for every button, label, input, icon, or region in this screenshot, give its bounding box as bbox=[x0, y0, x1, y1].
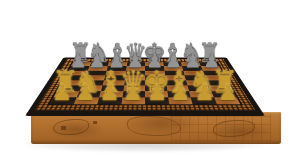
map-symbol-decoration bbox=[61, 126, 66, 130]
gold-pawn[interactable]: ♟ bbox=[171, 81, 191, 103]
map-symbol-decoration bbox=[93, 121, 97, 124]
gold-pawn[interactable]: ♟ bbox=[99, 81, 119, 103]
storage-box-front bbox=[31, 112, 281, 144]
map-coastline-decoration bbox=[53, 119, 89, 135]
gold-pawn[interactable]: ♟ bbox=[147, 81, 167, 103]
gold-pawn[interactable]: ♟ bbox=[52, 81, 72, 103]
gold-pawn[interactable]: ♟ bbox=[218, 81, 238, 103]
square-a1[interactable]: ♟ bbox=[50, 98, 77, 105]
square-f1[interactable]: ♟ bbox=[168, 98, 193, 105]
gold-pawn[interactable]: ♟ bbox=[76, 81, 96, 103]
gold-pawn[interactable]: ♟ bbox=[194, 81, 214, 103]
square-h1[interactable]: ♟ bbox=[214, 98, 241, 105]
chess-set-photo: ♜♞♝♛♚♝♞♜♟♟♟♟♟♟♟♟♜♞♝♛♚♝♞♜♟♟♟♟♟♟♟♟ bbox=[0, 0, 290, 155]
square-g1[interactable]: ♟ bbox=[191, 98, 217, 105]
square-b1[interactable]: ♟ bbox=[73, 98, 99, 105]
gold-pawn[interactable]: ♟ bbox=[123, 81, 143, 103]
square-c1[interactable]: ♟ bbox=[97, 98, 122, 105]
square-e1[interactable]: ♟ bbox=[145, 98, 169, 105]
chess-board-frame: ♜♞♝♛♚♝♞♜♟♟♟♟♟♟♟♟♜♞♝♛♚♝♞♜♟♟♟♟♟♟♟♟ bbox=[25, 58, 265, 116]
square-d1[interactable]: ♟ bbox=[121, 98, 145, 105]
chess-board-squares: ♜♞♝♛♚♝♞♜♟♟♟♟♟♟♟♟♜♞♝♛♚♝♞♜♟♟♟♟♟♟♟♟ bbox=[50, 62, 241, 104]
